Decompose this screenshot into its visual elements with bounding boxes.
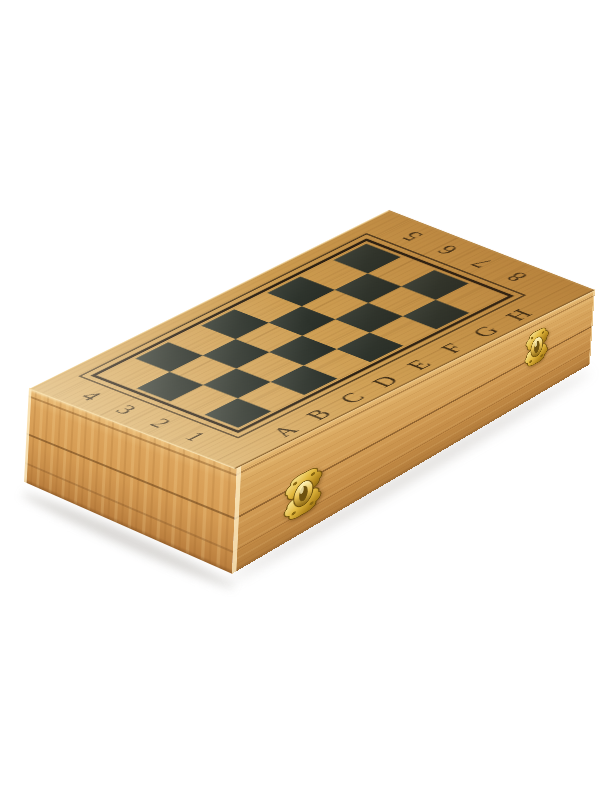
bottom-edge: [24, 478, 232, 574]
product-photo: 4321 5678 ABCDEFGH: [0, 0, 600, 800]
